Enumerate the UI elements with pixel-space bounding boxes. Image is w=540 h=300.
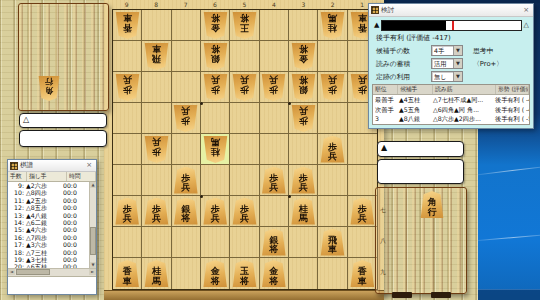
- piece-kanji: 桂馬: [328, 12, 337, 32]
- board-square[interactable]: 歩兵: [260, 165, 289, 196]
- board-square[interactable]: [142, 72, 171, 103]
- piece-kanji: 玉将: [240, 267, 249, 287]
- sente-piece-歩兵[interactable]: 歩兵: [173, 167, 198, 194]
- sente-piece-香車[interactable]: 香車: [115, 260, 140, 287]
- candidate-moves-table: 順位候補手読み筋形勢 (評価値) 最善手▲4五桂△7七桂不成▲同...後手有利 …: [372, 84, 530, 125]
- move-text: △6二銀: [25, 219, 63, 226]
- sente-piece-歩兵[interactable]: 歩兵: [291, 167, 316, 194]
- board-square[interactable]: [230, 41, 259, 72]
- move-text: △7四歩: [25, 234, 63, 241]
- gote-name-plate: △: [19, 113, 107, 128]
- kifu-column-headers: 手数 指し手 時間: [8, 172, 96, 182]
- candidate-col-header: 順位: [373, 85, 398, 94]
- star-point: [200, 102, 203, 105]
- board-square[interactable]: [348, 165, 377, 196]
- board-square[interactable]: [289, 227, 318, 258]
- gote-piece-金将[interactable]: 金将: [291, 43, 316, 70]
- move-number: 9:: [8, 182, 25, 189]
- move-number: 17:: [8, 241, 25, 248]
- analysis-titlebar[interactable]: 検討 ×: [369, 4, 533, 17]
- board-square[interactable]: 歩兵: [113, 72, 142, 103]
- file-label: 7: [171, 1, 200, 8]
- candidate-line: △6四角▲同 角...: [431, 105, 493, 115]
- sente-piece-桂馬[interactable]: 桂馬: [291, 198, 316, 225]
- sente-piece-歩兵[interactable]: 歩兵: [320, 136, 345, 163]
- sente-turn-marker: ▲: [381, 143, 387, 152]
- move-time: 00:0: [63, 234, 89, 241]
- joseki-use-select[interactable]: 無し ▼: [431, 71, 463, 82]
- gote-piece-stand: 角行: [18, 3, 109, 111]
- piece-kanji: 香車: [358, 267, 367, 287]
- analysis-close-button[interactable]: ×: [521, 6, 531, 15]
- kifu-vertical-scrollbar[interactable]: ▲ ▼: [89, 182, 96, 268]
- analysis-window-icon: [371, 6, 379, 14]
- piece-kanji: 銀将: [269, 236, 278, 256]
- wallpaper-ray: [478, 233, 540, 242]
- sente-piece-玉将[interactable]: 玉将: [232, 260, 257, 287]
- board-square[interactable]: 銀将: [289, 72, 318, 103]
- gote-piece-歩兵[interactable]: 歩兵: [173, 105, 198, 132]
- sente-piece-銀将[interactable]: 銀将: [261, 229, 286, 256]
- gote-piece-桂馬[interactable]: 桂馬: [320, 12, 345, 39]
- board-square[interactable]: [318, 258, 347, 289]
- stand-leg: [431, 292, 451, 298]
- board-square[interactable]: [172, 72, 201, 103]
- board-square[interactable]: 飛車: [318, 227, 347, 258]
- file-label: 4: [259, 1, 288, 8]
- thinking-status: 思考中: [473, 46, 493, 56]
- piece-kanji: 銀将: [299, 74, 308, 94]
- piece-kanji: 歩兵: [269, 74, 278, 94]
- board-square[interactable]: 歩兵: [348, 196, 377, 227]
- move-time: 00:0: [63, 212, 89, 219]
- board-square[interactable]: [113, 165, 142, 196]
- chevron-down-icon[interactable]: ▼: [453, 46, 462, 55]
- board-square[interactable]: [172, 10, 201, 41]
- gote-clock-plate: [19, 130, 107, 147]
- board-square[interactable]: 飛車: [142, 41, 171, 72]
- piece-kanji: 歩兵: [358, 74, 367, 94]
- evaluation-bar-center-marker: [452, 21, 454, 30]
- kifu-move-row[interactable]: 14:△6二銀00:0: [8, 219, 89, 226]
- kifu-move-row[interactable]: 11:▲2五歩00:0: [8, 197, 89, 204]
- setting-joseki-use: 定跡の利用 無し ▼: [376, 71, 529, 82]
- setting-candidate-count: 候補手の数 4手 ▼ 思考中: [376, 45, 529, 56]
- board-square[interactable]: 玉将: [230, 258, 259, 289]
- board-square[interactable]: [289, 10, 318, 41]
- board-square[interactable]: [318, 165, 347, 196]
- move-time: 00:0: [63, 249, 89, 256]
- kifu-horizontal-scrollbar[interactable]: ◄ ►: [8, 268, 96, 276]
- piece-kanji: 歩兵: [181, 174, 190, 194]
- sente-piece-歩兵[interactable]: 歩兵: [350, 198, 375, 225]
- chevron-down-icon[interactable]: ▼: [453, 59, 462, 68]
- board-square[interactable]: [230, 227, 259, 258]
- board-square[interactable]: 歩兵: [113, 196, 142, 227]
- kifu-col-move: 指し手: [27, 172, 67, 181]
- board-square[interactable]: [113, 134, 142, 165]
- piece-kanji: 香車: [123, 12, 132, 32]
- board-square[interactable]: 香車: [348, 258, 377, 289]
- board-square[interactable]: 金将: [289, 41, 318, 72]
- file-label: 2: [318, 1, 347, 8]
- piece-kanji: 歩兵: [299, 105, 308, 125]
- board-square[interactable]: [318, 103, 347, 134]
- sente-piece-銀将[interactable]: 銀将: [173, 198, 198, 225]
- move-text: ▲2五歩: [25, 197, 63, 204]
- piece-kanji: 歩兵: [240, 74, 249, 94]
- board-square[interactable]: [172, 134, 201, 165]
- board-square[interactable]: [289, 258, 318, 289]
- candidate-move-row[interactable]: 最善手▲4五桂△7七桂不成▲同...後手有利 ( -417): [373, 95, 529, 105]
- sente-piece-金将[interactable]: 金将: [203, 260, 228, 287]
- sente-clock-plate: [377, 159, 464, 184]
- move-number: 13:: [8, 212, 25, 219]
- board-square[interactable]: [260, 10, 289, 41]
- move-time: 00:0: [63, 219, 89, 226]
- move-number: 15:: [8, 226, 25, 233]
- move-time: 00:0: [63, 189, 89, 196]
- board-grid: 香車金将王将桂馬香車飛車銀将金将歩兵歩兵歩兵歩兵銀将歩兵歩兵歩兵歩兵歩兵桂馬歩兵…: [112, 9, 378, 290]
- candidate-col-header: 候補手: [398, 85, 433, 94]
- board-square[interactable]: [348, 227, 377, 258]
- candidate-col-header: 形勢 (評価値): [496, 85, 529, 94]
- move-text: △8五歩: [25, 204, 63, 211]
- board-square[interactable]: [201, 103, 230, 134]
- gote-piece-歩兵[interactable]: 歩兵: [203, 74, 228, 101]
- board-square[interactable]: 歩兵: [172, 103, 201, 134]
- sente-piece-桂馬[interactable]: 桂馬: [144, 260, 169, 287]
- kifu-window-title: 棋譜: [20, 161, 84, 170]
- board-square[interactable]: [172, 227, 201, 258]
- board-square[interactable]: [260, 41, 289, 72]
- move-text: ▲3六歩: [25, 241, 63, 248]
- move-number: 14:: [8, 219, 25, 226]
- setting-read-accumulation: 読みの蓄積 活用 ▼ 〈Pro+〉: [376, 58, 529, 69]
- board-square[interactable]: [260, 196, 289, 227]
- board-square[interactable]: 金将: [201, 10, 230, 41]
- gote-piece-歩兵[interactable]: 歩兵: [261, 74, 286, 101]
- analysis-window-title: 検討: [381, 6, 521, 15]
- gote-piece-金将[interactable]: 金将: [203, 12, 228, 39]
- kifu-move-row[interactable]: 17:▲3六歩00:0: [8, 241, 89, 248]
- sente-piece-歩兵[interactable]: 歩兵: [203, 198, 228, 225]
- piece-kanji: 銀将: [211, 43, 220, 63]
- gote-piece-歩兵[interactable]: 歩兵: [291, 105, 316, 132]
- gote-piece-歩兵[interactable]: 歩兵: [232, 74, 257, 101]
- piece-kanji: 歩兵: [328, 143, 337, 163]
- scroll-left-icon[interactable]: ◄: [8, 269, 15, 275]
- evaluation-bar-row: ▲ △: [374, 20, 529, 30]
- kifu-move-row[interactable]: 13:▲4八銀00:0: [8, 212, 89, 219]
- gote-piece-王将[interactable]: 王将: [232, 12, 257, 39]
- move-number: 18:: [8, 249, 25, 256]
- sente-piece-金将[interactable]: 金将: [261, 260, 286, 287]
- piece-kanji: 飛車: [328, 236, 337, 256]
- board-square[interactable]: 銀将: [172, 196, 201, 227]
- board-square[interactable]: 銀将: [201, 41, 230, 72]
- candidate-move-row[interactable]: 次善手▲5五角△6四角▲同 角...後手有利 ( -431): [373, 105, 529, 115]
- gote-piece-歩兵[interactable]: 歩兵: [144, 136, 169, 163]
- board-square[interactable]: [201, 227, 230, 258]
- board-square[interactable]: 歩兵: [201, 72, 230, 103]
- file-labels: 987654321: [112, 1, 377, 8]
- piece-kanji: 桂馬: [299, 205, 308, 225]
- board-square[interactable]: [230, 134, 259, 165]
- candidate-eval: 後手有利 ( -501): [493, 114, 529, 124]
- piece-kanji: 角行: [45, 76, 53, 94]
- piece-kanji: 桂馬: [152, 267, 161, 287]
- kifu-move-row[interactable]: 16:△7四歩00:0: [8, 234, 89, 241]
- piece-kanji: 桂馬: [211, 136, 220, 156]
- kifu-move-row[interactable]: 19:▲3七桂00:0: [8, 256, 89, 263]
- star-point: [288, 102, 291, 105]
- gote-piece-角行[interactable]: 角行: [38, 76, 60, 101]
- board-square[interactable]: 桂馬: [289, 196, 318, 227]
- kifu-col-moveno: 手数: [8, 172, 27, 181]
- board-square[interactable]: [260, 134, 289, 165]
- board-square[interactable]: [142, 227, 171, 258]
- windows-taskbar[interactable]: [478, 289, 540, 300]
- sente-name-plate: ▲: [377, 141, 464, 157]
- piece-kanji: 金将: [299, 43, 308, 63]
- candidate-table-header: 順位候補手読み筋形勢 (評価値): [373, 85, 529, 95]
- board-square[interactable]: 銀将: [260, 227, 289, 258]
- board-square[interactable]: [318, 196, 347, 227]
- move-text: △7三桂: [25, 249, 63, 256]
- screen: 987654321 一二三四五六七八九 香車金将王将桂馬香車飛車銀将金将歩兵歩兵…: [0, 0, 540, 300]
- file-label: 8: [141, 1, 170, 8]
- analysis-window: 検討 × ▲ △ 後手有利 (評価値 -417) 候補手の数 4手 ▼ 思考中 …: [368, 3, 534, 129]
- candidate-line: △7七桂不成▲同...: [431, 95, 493, 105]
- move-number: 19:: [8, 256, 25, 263]
- kifu-comment-panel: [8, 276, 96, 294]
- sente-piece-歩兵[interactable]: 歩兵: [115, 198, 140, 225]
- file-label: 6: [200, 1, 229, 8]
- piece-kanji: 歩兵: [181, 105, 190, 125]
- move-text: ▲2六歩: [25, 182, 63, 189]
- engine-level-label: 〈Pro+〉: [473, 59, 503, 69]
- board-square[interactable]: 王将: [230, 10, 259, 41]
- piece-kanji: 歩兵: [328, 74, 337, 94]
- board-square[interactable]: 桂馬: [201, 134, 230, 165]
- gote-eval-mark: △: [524, 20, 529, 30]
- board-square[interactable]: [172, 258, 201, 289]
- candidate-eval: 後手有利 ( -431): [493, 105, 529, 115]
- wallpaper-ray: [478, 165, 540, 177]
- piece-kanji: 香車: [123, 267, 132, 287]
- sente-piece-歩兵[interactable]: 歩兵: [232, 198, 257, 225]
- move-text: ▲3七桂: [25, 256, 63, 263]
- board-square[interactable]: [230, 103, 259, 134]
- board-square[interactable]: 歩兵: [172, 165, 201, 196]
- board-square[interactable]: [142, 10, 171, 41]
- board-square[interactable]: [113, 103, 142, 134]
- gote-piece-歩兵[interactable]: 歩兵: [320, 74, 345, 101]
- move-text: △8四歩: [25, 189, 63, 196]
- move-time: 00:0: [63, 241, 89, 248]
- gote-piece-歩兵[interactable]: 歩兵: [115, 74, 140, 101]
- scroll-right-icon[interactable]: ►: [89, 269, 96, 275]
- piece-kanji: 金将: [269, 267, 278, 287]
- file-label: 9: [112, 1, 141, 8]
- piece-kanji: 歩兵: [240, 205, 249, 225]
- candidate-rank: 3: [373, 114, 397, 124]
- candidate-rank: 最善手: [373, 95, 397, 105]
- kifu-titlebar[interactable]: 棋譜 ×: [8, 160, 96, 172]
- sente-piece-香車[interactable]: 香車: [350, 260, 375, 287]
- gote-piece-飛車[interactable]: 飛車: [144, 43, 169, 70]
- board-square[interactable]: [142, 103, 171, 134]
- piece-kanji: 歩兵: [152, 205, 161, 225]
- move-time: 00:0: [63, 204, 89, 211]
- board-square[interactable]: 歩兵: [142, 134, 171, 165]
- piece-kanji: 銀将: [181, 205, 190, 225]
- kifu-move-row[interactable]: 10:△8四歩00:0: [8, 189, 89, 196]
- candidate-line: △8六歩▲2四歩...: [431, 114, 493, 124]
- board-square[interactable]: [260, 103, 289, 134]
- move-time: 00:0: [63, 226, 89, 233]
- piece-kanji: 金将: [211, 267, 220, 287]
- move-number: 16:: [8, 234, 25, 241]
- gote-piece-香車[interactable]: 香車: [115, 12, 140, 39]
- kifu-move-row[interactable]: 15:▲4六歩00:0: [8, 226, 89, 233]
- read-accumulation-select[interactable]: 活用 ▼: [431, 58, 463, 69]
- gote-turn-marker: △: [23, 115, 29, 124]
- stand-leg: [392, 292, 412, 298]
- star-point: [200, 195, 203, 198]
- kifu-move-row[interactable]: 18:△7三桂00:0: [8, 249, 89, 256]
- move-number: 11:: [8, 197, 25, 204]
- piece-kanji: 歩兵: [211, 74, 220, 94]
- sente-piece-角行[interactable]: 角行: [420, 191, 444, 218]
- board-square[interactable]: 桂馬: [142, 258, 171, 289]
- board-square[interactable]: [230, 165, 259, 196]
- board-square[interactable]: 香車: [113, 258, 142, 289]
- board-square[interactable]: 歩兵: [230, 196, 259, 227]
- move-time: 00:0: [63, 182, 89, 189]
- candidate-move: ▲5五角: [397, 105, 431, 115]
- shogi-board: 987654321 一二三四五六七八九 香車金将王将桂馬香車飛車銀将金将歩兵歩兵…: [104, 0, 384, 300]
- piece-kanji: 歩兵: [358, 205, 367, 225]
- move-number: 12:: [8, 204, 25, 211]
- board-square[interactable]: [172, 41, 201, 72]
- board-square[interactable]: 歩兵: [289, 165, 318, 196]
- board-square[interactable]: [348, 134, 377, 165]
- board-square[interactable]: [142, 165, 171, 196]
- board-square[interactable]: 歩兵: [260, 72, 289, 103]
- board-square[interactable]: 金将: [260, 258, 289, 289]
- piece-kanji: 歩兵: [211, 205, 220, 225]
- board-square[interactable]: [201, 165, 230, 196]
- sente-piece-歩兵[interactable]: 歩兵: [144, 198, 169, 225]
- chevron-down-icon[interactable]: ▼: [453, 72, 462, 81]
- candidate-move: ▲8八銀: [397, 114, 431, 124]
- piece-kanji: 歩兵: [123, 74, 132, 94]
- evaluation-bar-fill: [382, 21, 446, 30]
- piece-kanji: 香車: [358, 12, 367, 32]
- sente-piece-飛車[interactable]: 飛車: [320, 229, 345, 256]
- piece-kanji: 角行: [428, 198, 437, 218]
- board-square[interactable]: 桂馬: [318, 10, 347, 41]
- candidate-count-select[interactable]: 4手 ▼: [431, 45, 463, 56]
- candidate-move-row[interactable]: 3▲8八銀△8六歩▲2四歩...後手有利 ( -501): [373, 114, 529, 124]
- sente-piece-歩兵[interactable]: 歩兵: [261, 167, 286, 194]
- star-point: [288, 195, 291, 198]
- kifu-move-list: 9:▲2六歩00:010:△8四歩00:011:▲2五歩00:012:△8五歩0…: [8, 182, 89, 268]
- board-square[interactable]: 歩兵: [318, 72, 347, 103]
- board-square[interactable]: 歩兵: [289, 103, 318, 134]
- move-time: 00:0: [63, 197, 89, 204]
- sente-eval-mark: ▲: [374, 20, 379, 30]
- candidate-col-header: 読み筋: [433, 85, 496, 94]
- file-label: 3: [289, 1, 318, 8]
- move-number: 10:: [8, 189, 25, 196]
- file-label: 5: [230, 1, 259, 8]
- board-square[interactable]: [113, 227, 142, 258]
- move-time: 00:0: [63, 256, 89, 263]
- piece-kanji: 歩兵: [152, 136, 161, 156]
- board-square[interactable]: 歩兵: [318, 134, 347, 165]
- gote-piece-桂馬[interactable]: 桂馬: [203, 136, 228, 163]
- scroll-up-icon[interactable]: ▲: [90, 182, 96, 188]
- evaluation-text: 後手有利 (評価値 -417): [376, 33, 451, 43]
- board-square[interactable]: [113, 41, 142, 72]
- candidate-eval: 後手有利 ( -417): [493, 95, 529, 105]
- board-square[interactable]: 歩兵: [201, 196, 230, 227]
- kifu-close-button[interactable]: ×: [84, 161, 94, 170]
- candidate-move: ▲4五桂: [397, 95, 431, 105]
- board-square[interactable]: [318, 41, 347, 72]
- board-square[interactable]: 香車: [113, 10, 142, 41]
- kifu-col-time: 時間: [67, 172, 96, 181]
- board-square[interactable]: 歩兵: [142, 196, 171, 227]
- candidate-rank: 次善手: [373, 105, 397, 115]
- kifu-move-row[interactable]: 9:▲2六歩00:0: [8, 182, 89, 189]
- move-text: ▲4六歩: [25, 226, 63, 233]
- piece-kanji: 飛車: [152, 43, 161, 63]
- scrollbar-thumb[interactable]: [16, 269, 50, 275]
- piece-kanji: 金将: [211, 12, 220, 32]
- gote-piece-銀将[interactable]: 銀将: [291, 74, 316, 101]
- kifu-window: 棋譜 × 手数 指し手 時間 9:▲2六歩00:010:△8四歩00:011:▲…: [7, 159, 97, 295]
- board-square[interactable]: [289, 134, 318, 165]
- sente-piece-stand: 角行: [375, 187, 467, 294]
- piece-kanji: 歩兵: [299, 174, 308, 194]
- piece-kanji: 歩兵: [269, 174, 278, 194]
- board-square[interactable]: 歩兵: [230, 72, 259, 103]
- move-text: ▲4八銀: [25, 212, 63, 219]
- gote-piece-銀将[interactable]: 銀将: [203, 43, 228, 70]
- piece-kanji: 王将: [240, 12, 249, 32]
- board-square[interactable]: 金将: [201, 258, 230, 289]
- board-bottom-edge: [104, 290, 384, 300]
- piece-kanji: 歩兵: [123, 205, 132, 225]
- kifu-window-icon: [10, 162, 18, 170]
- kifu-move-row[interactable]: 12:△8五歩00:0: [8, 204, 89, 211]
- scrollbar-thumb[interactable]: [90, 227, 96, 255]
- evaluation-bar: [381, 20, 521, 31]
